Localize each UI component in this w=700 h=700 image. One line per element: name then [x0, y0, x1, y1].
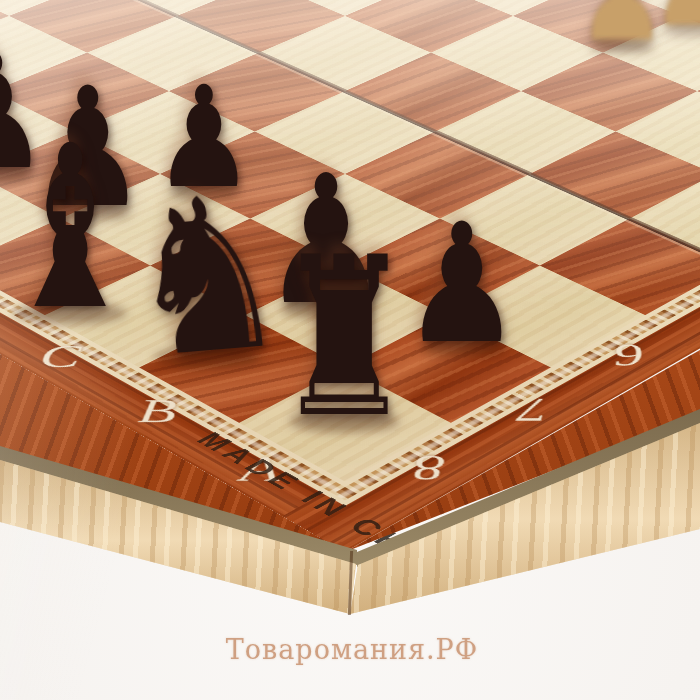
store-watermark: Товаромания.РФ	[226, 634, 478, 665]
piece-dark-rook-a8: ♜	[275, 250, 413, 426]
piece-dark-knight-c8: ♞	[121, 186, 292, 368]
chess-set-product-photo: ABCDEFGH87654321 MADE IN CHINA ♟♟♟♟♟♟♝♟♞…	[0, 0, 700, 700]
piece-dark-bishop-d8: ♝	[1, 138, 138, 318]
piece-dark-pawn-b6: ♟	[403, 218, 521, 350]
piece-light-pawn-d2: ♟	[578, 0, 667, 46]
